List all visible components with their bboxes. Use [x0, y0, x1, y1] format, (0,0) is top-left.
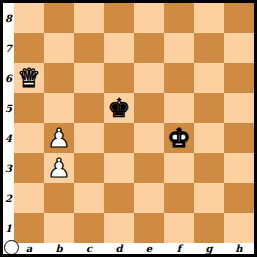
square-g1[interactable]: [194, 213, 224, 243]
square-d6[interactable]: [104, 63, 134, 93]
square-e8[interactable]: [134, 3, 164, 33]
square-c5[interactable]: [74, 93, 104, 123]
piece-white-pawn[interactable]: ♟: [47, 123, 70, 153]
square-a2[interactable]: [14, 183, 44, 213]
rank-label-4: 4: [3, 123, 14, 153]
file-label-g: g: [194, 243, 224, 254]
square-f3[interactable]: [164, 153, 194, 183]
chess-diagram: 87654321 ♛♚♟♚♟ abcdefgh: [0, 0, 257, 257]
square-c7[interactable]: [74, 33, 104, 63]
square-b2[interactable]: [44, 183, 74, 213]
square-g6[interactable]: [194, 63, 224, 93]
rank-label-1: 1: [3, 213, 14, 243]
square-b5[interactable]: [44, 93, 74, 123]
piece-white-king[interactable]: ♚: [167, 123, 190, 153]
square-d1[interactable]: [104, 213, 134, 243]
piece-white-pawn[interactable]: ♟: [47, 153, 70, 183]
square-a1[interactable]: [14, 213, 44, 243]
square-d7[interactable]: [104, 33, 134, 63]
square-g2[interactable]: [194, 183, 224, 213]
square-b4[interactable]: ♟: [44, 123, 74, 153]
square-f8[interactable]: [164, 3, 194, 33]
piece-white-queen[interactable]: ♛: [17, 63, 40, 93]
square-g5[interactable]: [194, 93, 224, 123]
square-e1[interactable]: [134, 213, 164, 243]
square-b3[interactable]: ♟: [44, 153, 74, 183]
square-e7[interactable]: [134, 33, 164, 63]
white-to-move-indicator-icon: [4, 240, 19, 255]
rank-labels: 87654321: [3, 3, 14, 243]
square-f5[interactable]: [164, 93, 194, 123]
square-f1[interactable]: [164, 213, 194, 243]
square-b6[interactable]: [44, 63, 74, 93]
piece-black-king[interactable]: ♚: [107, 93, 130, 123]
rank-label-3: 3: [3, 153, 14, 183]
square-h3[interactable]: [224, 153, 254, 183]
square-a4[interactable]: [14, 123, 44, 153]
file-label-f: f: [164, 243, 194, 254]
square-b8[interactable]: [44, 3, 74, 33]
square-e3[interactable]: [134, 153, 164, 183]
square-e6[interactable]: [134, 63, 164, 93]
square-c4[interactable]: [74, 123, 104, 153]
square-c8[interactable]: [74, 3, 104, 33]
square-f2[interactable]: [164, 183, 194, 213]
square-b7[interactable]: [44, 33, 74, 63]
square-f7[interactable]: [164, 33, 194, 63]
file-labels: abcdefgh: [14, 243, 254, 254]
square-b1[interactable]: [44, 213, 74, 243]
square-h2[interactable]: [224, 183, 254, 213]
rank-label-7: 7: [3, 33, 14, 63]
file-label-d: d: [104, 243, 134, 254]
square-c1[interactable]: [74, 213, 104, 243]
rank-label-5: 5: [3, 93, 14, 123]
square-e4[interactable]: [134, 123, 164, 153]
square-f4[interactable]: ♚: [164, 123, 194, 153]
square-a5[interactable]: [14, 93, 44, 123]
square-d3[interactable]: [104, 153, 134, 183]
square-h7[interactable]: [224, 33, 254, 63]
square-f6[interactable]: [164, 63, 194, 93]
square-e5[interactable]: [134, 93, 164, 123]
square-g8[interactable]: [194, 3, 224, 33]
file-label-e: e: [134, 243, 164, 254]
square-d5[interactable]: ♚: [104, 93, 134, 123]
square-h1[interactable]: [224, 213, 254, 243]
square-d4[interactable]: [104, 123, 134, 153]
square-c2[interactable]: [74, 183, 104, 213]
rank-label-6: 6: [3, 63, 14, 93]
square-c3[interactable]: [74, 153, 104, 183]
chess-board[interactable]: ♛♚♟♚♟: [14, 3, 254, 243]
square-a3[interactable]: [14, 153, 44, 183]
file-label-h: h: [224, 243, 254, 254]
square-g7[interactable]: [194, 33, 224, 63]
file-label-c: c: [74, 243, 104, 254]
square-h5[interactable]: [224, 93, 254, 123]
square-a8[interactable]: [14, 3, 44, 33]
square-g3[interactable]: [194, 153, 224, 183]
rank-label-2: 2: [3, 183, 14, 213]
square-a6[interactable]: ♛: [14, 63, 44, 93]
rank-label-8: 8: [3, 3, 14, 33]
square-h6[interactable]: [224, 63, 254, 93]
square-g4[interactable]: [194, 123, 224, 153]
square-a7[interactable]: [14, 33, 44, 63]
square-h8[interactable]: [224, 3, 254, 33]
square-e2[interactable]: [134, 183, 164, 213]
square-d8[interactable]: [104, 3, 134, 33]
square-d2[interactable]: [104, 183, 134, 213]
square-h4[interactable]: [224, 123, 254, 153]
square-c6[interactable]: [74, 63, 104, 93]
file-label-b: b: [44, 243, 74, 254]
